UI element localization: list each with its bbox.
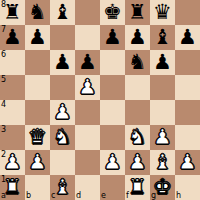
piece-black-pawn[interactable]: ♟ [100,25,125,50]
square-a5[interactable]: 5 [0,75,25,100]
square-b1[interactable]: b [25,175,50,200]
square-d4[interactable] [75,100,100,125]
square-h6[interactable] [175,50,200,75]
file-label-d: d [76,192,81,200]
square-b7[interactable]: ♟ [25,25,50,50]
square-d3[interactable] [75,125,100,150]
file-label-b: b [26,192,31,200]
square-a6[interactable]: 6 [0,50,25,75]
square-g6[interactable]: ♟ [150,50,175,75]
square-f8[interactable]: ♜ [125,0,150,25]
file-label-c: c [51,192,55,200]
piece-black-king[interactable]: ♚ [100,0,125,25]
square-e7[interactable]: ♟ [100,25,125,50]
piece-black-pawn[interactable]: ♟ [125,25,150,50]
square-g8[interactable]: ♛ [150,0,175,25]
rank-label-2: 2 [1,151,6,159]
piece-white-bishop[interactable]: ♝ [150,150,175,175]
square-f1[interactable]: f♜ [125,175,150,200]
piece-white-pawn[interactable]: ♟ [175,150,200,175]
square-h7[interactable]: ♟ [175,25,200,50]
square-b8[interactable]: ♞ [25,0,50,25]
file-label-f: f [126,192,129,200]
piece-black-pawn[interactable]: ♟ [175,25,200,50]
square-b6[interactable] [25,50,50,75]
rank-label-3: 3 [1,126,6,134]
rank-label-7: 7 [1,26,6,34]
square-g5[interactable] [150,75,175,100]
square-h2[interactable]: ♟ [175,150,200,175]
square-d7[interactable] [75,25,100,50]
file-label-g: g [151,192,156,200]
square-e3[interactable] [100,125,125,150]
piece-white-pawn[interactable]: ♟ [75,75,100,100]
piece-white-pawn[interactable]: ♟ [25,150,50,175]
piece-white-pawn[interactable]: ♟ [150,125,175,150]
square-g7[interactable]: ♝ [150,25,175,50]
square-g1[interactable]: g♚ [150,175,175,200]
square-d2[interactable] [75,150,100,175]
piece-black-queen[interactable]: ♛ [150,0,175,25]
square-h1[interactable]: h [175,175,200,200]
piece-white-pawn[interactable]: ♟ [50,100,75,125]
square-b4[interactable] [25,100,50,125]
square-c4[interactable]: ♟ [50,100,75,125]
square-c5[interactable] [50,75,75,100]
piece-black-pawn[interactable]: ♟ [50,50,75,75]
square-c3[interactable]: ♞ [50,125,75,150]
file-label-a: a [1,192,6,200]
piece-black-rook[interactable]: ♜ [125,0,150,25]
square-a7[interactable]: 7♟ [0,25,25,50]
piece-black-pawn[interactable]: ♟ [75,50,100,75]
piece-black-bishop[interactable]: ♝ [50,0,75,25]
square-d6[interactable]: ♟ [75,50,100,75]
square-c6[interactable]: ♟ [50,50,75,75]
square-h4[interactable] [175,100,200,125]
piece-white-queen[interactable]: ♛ [25,125,50,150]
rank-label-5: 5 [1,76,6,84]
file-label-h: h [176,192,181,200]
square-e1[interactable]: e [100,175,125,200]
square-c1[interactable]: c♝ [50,175,75,200]
square-a8[interactable]: 8♜ [0,0,25,25]
piece-white-pawn[interactable]: ♟ [125,150,150,175]
square-c7[interactable] [50,25,75,50]
square-b3[interactable]: ♛ [25,125,50,150]
square-b2[interactable]: ♟ [25,150,50,175]
square-a1[interactable]: 1a♜ [0,175,25,200]
square-h3[interactable] [175,125,200,150]
square-g3[interactable]: ♟ [150,125,175,150]
square-e8[interactable]: ♚ [100,0,125,25]
square-a2[interactable]: 2♟ [0,150,25,175]
square-b5[interactable] [25,75,50,100]
rank-label-4: 4 [1,101,6,109]
piece-black-bishop[interactable]: ♝ [150,25,175,50]
square-f3[interactable]: ♞ [125,125,150,150]
square-e6[interactable] [100,50,125,75]
square-e2[interactable]: ♟ [100,150,125,175]
piece-white-knight[interactable]: ♞ [50,125,75,150]
piece-white-pawn[interactable]: ♟ [100,150,125,175]
square-c2[interactable] [50,150,75,175]
square-e4[interactable] [100,100,125,125]
square-f2[interactable]: ♟ [125,150,150,175]
rank-label-8: 8 [1,1,6,9]
piece-white-knight[interactable]: ♞ [125,125,150,150]
square-c8[interactable]: ♝ [50,0,75,25]
piece-black-pawn[interactable]: ♟ [25,25,50,50]
square-d5[interactable]: ♟ [75,75,100,100]
rank-label-1: 1 [1,176,6,184]
square-f5[interactable] [125,75,150,100]
square-g2[interactable]: ♝ [150,150,175,175]
square-f6[interactable]: ♞ [125,50,150,75]
square-f7[interactable]: ♟ [125,25,150,50]
square-a4[interactable]: 4 [0,100,25,125]
square-h8[interactable] [175,0,200,25]
file-label-e: e [101,192,106,200]
piece-black-pawn[interactable]: ♟ [150,50,175,75]
chess-board: 8♜♞♝♚♜♛7♟♟♟♟♝♟6♟♟♞♟5♟4♟3♛♞♞♟2♟♟♟♟♝♟1a♜bc… [0,0,200,200]
square-d8[interactable] [75,0,100,25]
rank-label-6: 6 [1,51,6,59]
square-e5[interactable] [100,75,125,100]
square-f4[interactable] [125,100,150,125]
piece-black-knight[interactable]: ♞ [125,50,150,75]
square-h5[interactable] [175,75,200,100]
square-a3[interactable]: 3 [0,125,25,150]
square-g4[interactable] [150,100,175,125]
piece-black-knight[interactable]: ♞ [25,0,50,25]
square-d1[interactable]: d [75,175,100,200]
